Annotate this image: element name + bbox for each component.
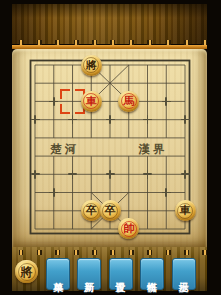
piece-black-soldier[interactable]: 卒 bbox=[100, 200, 121, 221]
piece-character: 馬 bbox=[123, 96, 134, 107]
piece-black-general[interactable]: 將 bbox=[81, 55, 102, 76]
menu-button[interactable]: 菜单 bbox=[46, 258, 70, 290]
point-mark bbox=[162, 188, 171, 197]
piece-black-soldier[interactable]: 卒 bbox=[81, 200, 102, 221]
river-label-chu: 楚河 bbox=[35, 142, 95, 157]
point-mark bbox=[31, 115, 40, 124]
piece-black-chariot[interactable]: 車 bbox=[175, 200, 196, 221]
point-mark bbox=[143, 170, 152, 179]
piece-character: 將 bbox=[86, 60, 97, 71]
piece-character: 車 bbox=[180, 205, 191, 216]
point-mark bbox=[181, 170, 190, 179]
undo-button[interactable]: 悔棋 bbox=[140, 258, 164, 290]
point-mark bbox=[106, 170, 115, 179]
stud-row-bottom bbox=[12, 250, 207, 255]
piece-red-chariot[interactable]: 車 bbox=[81, 91, 102, 112]
bracket-corner bbox=[60, 104, 70, 114]
xiangqi-board[interactable]: 楚河 漢界 將車馬卒卒車帥 bbox=[12, 49, 207, 249]
piece-character: 帥 bbox=[123, 223, 134, 234]
bottom-toolbar: 將 菜单 新局 设置 悔棋 提示 bbox=[12, 247, 207, 291]
new-game-button[interactable]: 新局 bbox=[77, 258, 101, 290]
turn-indicator-black-general: 將 bbox=[15, 260, 38, 283]
top-wood-banner bbox=[12, 4, 207, 44]
piece-character: 卒 bbox=[86, 205, 97, 216]
point-mark bbox=[162, 97, 171, 106]
settings-button[interactable]: 设置 bbox=[109, 258, 133, 290]
xiangqi-app: 楚河 漢界 將車馬卒卒車帥 將 菜单 新局 设置 悔棋 提示 bbox=[0, 0, 221, 295]
piece-character: 卒 bbox=[105, 205, 116, 216]
river-label-han: 漢界 bbox=[123, 142, 183, 157]
hint-button[interactable]: 提示 bbox=[172, 258, 196, 290]
piece-character: 車 bbox=[86, 96, 97, 107]
point-mark bbox=[68, 170, 77, 179]
point-mark bbox=[49, 188, 58, 197]
point-mark bbox=[31, 170, 40, 179]
point-mark bbox=[68, 115, 77, 124]
point-mark bbox=[181, 115, 190, 124]
bracket-corner bbox=[60, 89, 70, 99]
point-mark bbox=[143, 115, 152, 124]
point-mark bbox=[106, 115, 115, 124]
point-mark bbox=[49, 97, 58, 106]
wood-panel: 楚河 漢界 將車馬卒卒車帥 將 菜单 新局 设置 悔棋 提示 bbox=[12, 4, 207, 291]
